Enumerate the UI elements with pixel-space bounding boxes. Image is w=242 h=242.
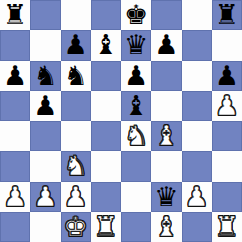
- square-c1[interactable]: ♚: [61, 212, 91, 242]
- square-h7[interactable]: [212, 30, 242, 60]
- square-h8[interactable]: ♜: [212, 0, 242, 30]
- square-f2[interactable]: ♛: [151, 182, 181, 212]
- piece-black-queen[interactable]: ♛: [154, 182, 178, 212]
- square-d7[interactable]: ♝: [91, 30, 121, 60]
- piece-white-pawn[interactable]: ♟: [215, 91, 239, 121]
- piece-black-pawn[interactable]: ♟: [124, 61, 148, 91]
- square-d1[interactable]: ♜: [91, 212, 121, 242]
- piece-white-pawn[interactable]: ♟: [64, 182, 88, 212]
- square-e5[interactable]: ♝: [121, 91, 151, 121]
- piece-white-knight[interactable]: ♞: [64, 151, 88, 181]
- square-g3[interactable]: [182, 151, 212, 181]
- piece-black-pawn[interactable]: ♟: [154, 30, 178, 60]
- piece-white-pawn[interactable]: ♟: [33, 182, 57, 212]
- square-f5[interactable]: [151, 91, 181, 121]
- piece-black-pawn[interactable]: ♟: [64, 30, 88, 60]
- square-g4[interactable]: [182, 121, 212, 151]
- piece-black-king[interactable]: ♚: [124, 0, 148, 30]
- piece-white-rook[interactable]: ♜: [94, 212, 118, 242]
- square-a2[interactable]: ♟: [0, 182, 30, 212]
- piece-black-pawn[interactable]: ♟: [33, 91, 57, 121]
- piece-black-bishop[interactable]: ♝: [124, 91, 148, 121]
- square-e4[interactable]: ♞: [121, 121, 151, 151]
- piece-black-rook[interactable]: ♜: [3, 0, 27, 30]
- piece-white-rook[interactable]: ♜: [215, 212, 239, 242]
- square-a3[interactable]: [0, 151, 30, 181]
- square-f3[interactable]: [151, 151, 181, 181]
- square-f6[interactable]: [151, 61, 181, 91]
- square-h2[interactable]: [212, 182, 242, 212]
- square-f8[interactable]: [151, 0, 181, 30]
- square-h4[interactable]: [212, 121, 242, 151]
- piece-white-bishop[interactable]: ♝: [154, 121, 178, 151]
- square-e8[interactable]: ♚: [121, 0, 151, 30]
- square-b4[interactable]: [30, 121, 60, 151]
- square-f1[interactable]: ♝: [151, 212, 181, 242]
- piece-black-knight[interactable]: ♞: [33, 61, 57, 91]
- square-c3[interactable]: ♞: [61, 151, 91, 181]
- square-c7[interactable]: ♟: [61, 30, 91, 60]
- square-h5[interactable]: ♟: [212, 91, 242, 121]
- square-c6[interactable]: ♞: [61, 61, 91, 91]
- piece-black-queen[interactable]: ♛: [124, 30, 148, 60]
- square-a4[interactable]: [0, 121, 30, 151]
- square-h6[interactable]: ♟: [212, 61, 242, 91]
- square-g8[interactable]: [182, 0, 212, 30]
- square-a8[interactable]: ♜: [0, 0, 30, 30]
- square-e1[interactable]: [121, 212, 151, 242]
- square-c4[interactable]: [61, 121, 91, 151]
- piece-white-pawn[interactable]: ♟: [3, 182, 27, 212]
- piece-black-knight[interactable]: ♞: [64, 61, 88, 91]
- square-d6[interactable]: [91, 61, 121, 91]
- square-e2[interactable]: [121, 182, 151, 212]
- piece-white-pawn[interactable]: ♟: [185, 182, 209, 212]
- square-b8[interactable]: [30, 0, 60, 30]
- square-b7[interactable]: [30, 30, 60, 60]
- square-f7[interactable]: ♟: [151, 30, 181, 60]
- square-b2[interactable]: ♟: [30, 182, 60, 212]
- square-b6[interactable]: ♞: [30, 61, 60, 91]
- piece-white-knight[interactable]: ♞: [124, 121, 148, 151]
- piece-black-bishop[interactable]: ♝: [94, 30, 118, 60]
- square-g1[interactable]: [182, 212, 212, 242]
- square-b5[interactable]: ♟: [30, 91, 60, 121]
- square-e7[interactable]: ♛: [121, 30, 151, 60]
- square-b3[interactable]: [30, 151, 60, 181]
- square-g6[interactable]: [182, 61, 212, 91]
- square-b1[interactable]: [30, 212, 60, 242]
- square-e3[interactable]: [121, 151, 151, 181]
- square-f4[interactable]: ♝: [151, 121, 181, 151]
- square-d4[interactable]: [91, 121, 121, 151]
- square-a7[interactable]: [0, 30, 30, 60]
- piece-black-rook[interactable]: ♜: [215, 0, 239, 30]
- square-d3[interactable]: [91, 151, 121, 181]
- square-c2[interactable]: ♟: [61, 182, 91, 212]
- chess-board: ♜♚♜♟♝♛♟♟♞♞♟♟♟♝♟♞♝♞♟♟♟♛♟♚♜♝♜: [0, 0, 242, 242]
- square-h3[interactable]: [212, 151, 242, 181]
- square-d5[interactable]: [91, 91, 121, 121]
- square-h1[interactable]: ♜: [212, 212, 242, 242]
- square-a5[interactable]: [0, 91, 30, 121]
- piece-white-bishop[interactable]: ♝: [154, 212, 178, 242]
- square-c8[interactable]: [61, 0, 91, 30]
- square-d2[interactable]: [91, 182, 121, 212]
- square-e6[interactable]: ♟: [121, 61, 151, 91]
- square-c5[interactable]: [61, 91, 91, 121]
- square-g7[interactable]: [182, 30, 212, 60]
- square-g2[interactable]: ♟: [182, 182, 212, 212]
- piece-black-pawn[interactable]: ♟: [3, 61, 27, 91]
- square-d8[interactable]: [91, 0, 121, 30]
- square-a6[interactable]: ♟: [0, 61, 30, 91]
- square-g5[interactable]: [182, 91, 212, 121]
- square-a1[interactable]: [0, 212, 30, 242]
- piece-black-pawn[interactable]: ♟: [215, 61, 239, 91]
- piece-white-king[interactable]: ♚: [64, 212, 88, 242]
